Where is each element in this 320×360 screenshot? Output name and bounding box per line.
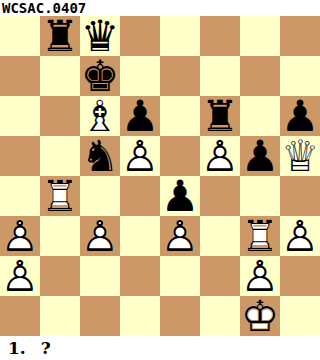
square-b5[interactable] (40, 136, 80, 176)
square-f5[interactable]: ♟♙ (200, 136, 240, 176)
white-pawn: ♟♙ (280, 216, 320, 256)
square-a6[interactable] (0, 96, 40, 136)
square-g2[interactable]: ♟♙ (240, 256, 280, 296)
black-pawn: ♟ (120, 96, 160, 136)
white-pawn: ♟♙ (0, 216, 40, 256)
square-e7[interactable] (160, 56, 200, 96)
black-pawn: ♟ (160, 176, 200, 216)
square-g8[interactable] (240, 16, 280, 56)
white-pawn: ♟♙ (120, 136, 160, 176)
square-g4[interactable] (240, 176, 280, 216)
square-b2[interactable] (40, 256, 80, 296)
square-c3[interactable]: ♟♙ (80, 216, 120, 256)
square-f1[interactable] (200, 296, 240, 336)
white-pawn: ♟♙ (0, 256, 40, 296)
square-e3[interactable]: ♟♙ (160, 216, 200, 256)
square-a5[interactable] (0, 136, 40, 176)
square-f6[interactable]: ♜ (200, 96, 240, 136)
square-e1[interactable] (160, 296, 200, 336)
square-d3[interactable] (120, 216, 160, 256)
square-h5[interactable]: ♛♕ (280, 136, 320, 176)
square-h4[interactable] (280, 176, 320, 216)
square-c4[interactable] (80, 176, 120, 216)
square-f3[interactable] (200, 216, 240, 256)
square-c2[interactable] (80, 256, 120, 296)
square-f8[interactable] (200, 16, 240, 56)
square-g3[interactable]: ♜♖ (240, 216, 280, 256)
square-d5[interactable]: ♟♙ (120, 136, 160, 176)
square-b1[interactable] (40, 296, 80, 336)
square-a3[interactable]: ♟♙ (0, 216, 40, 256)
square-a7[interactable] (0, 56, 40, 96)
square-a4[interactable] (0, 176, 40, 216)
square-a8[interactable] (0, 16, 40, 56)
square-d1[interactable] (120, 296, 160, 336)
square-d7[interactable] (120, 56, 160, 96)
square-g7[interactable] (240, 56, 280, 96)
square-a2[interactable]: ♟♙ (0, 256, 40, 296)
black-queen: ♛ (80, 16, 120, 56)
square-d6[interactable]: ♟ (120, 96, 160, 136)
square-h8[interactable] (280, 16, 320, 56)
square-h1[interactable] (280, 296, 320, 336)
square-h6[interactable]: ♟ (280, 96, 320, 136)
white-bishop: ♝♗ (80, 96, 120, 136)
white-pawn: ♟♙ (200, 136, 240, 176)
white-king: ♚♔ (240, 296, 280, 336)
square-a1[interactable] (0, 296, 40, 336)
square-d4[interactable] (120, 176, 160, 216)
white-pawn: ♟♙ (240, 256, 280, 296)
square-h2[interactable] (280, 256, 320, 296)
square-c8[interactable]: ♛ (80, 16, 120, 56)
square-c1[interactable] (80, 296, 120, 336)
square-f2[interactable] (200, 256, 240, 296)
square-b4[interactable]: ♜♖ (40, 176, 80, 216)
black-rook: ♜ (200, 96, 240, 136)
square-h7[interactable] (280, 56, 320, 96)
black-rook: ♜ (40, 16, 80, 56)
square-b7[interactable] (40, 56, 80, 96)
square-d8[interactable] (120, 16, 160, 56)
black-king: ♚ (80, 56, 120, 96)
square-b8[interactable]: ♜ (40, 16, 80, 56)
white-rook: ♜♖ (240, 216, 280, 256)
white-rook: ♜♖ (40, 176, 80, 216)
square-e6[interactable] (160, 96, 200, 136)
square-e5[interactable] (160, 136, 200, 176)
square-e2[interactable] (160, 256, 200, 296)
black-pawn: ♟ (280, 96, 320, 136)
square-c5[interactable]: ♞ (80, 136, 120, 176)
square-e4[interactable]: ♟ (160, 176, 200, 216)
square-h3[interactable]: ♟♙ (280, 216, 320, 256)
white-pawn: ♟♙ (80, 216, 120, 256)
black-knight: ♞ (80, 136, 120, 176)
black-pawn: ♟ (240, 136, 280, 176)
square-d2[interactable] (120, 256, 160, 296)
square-c7[interactable]: ♚ (80, 56, 120, 96)
chess-board: ♜♛♚♝♗♟♜♟♞♟♙♟♙♟♛♕♜♖♟♟♙♟♙♟♙♜♖♟♙♟♙♟♙♚♔ (0, 16, 320, 336)
square-b6[interactable] (40, 96, 80, 136)
square-e8[interactable] (160, 16, 200, 56)
white-pawn: ♟♙ (160, 216, 200, 256)
square-b3[interactable] (40, 216, 80, 256)
chess-app-window: WCSAC.0407 ♜♛♚♝♗♟♜♟♞♟♙♟♙♟♛♕♜♖♟♟♙♟♙♟♙♜♖♟♙… (0, 0, 320, 360)
square-g1[interactable]: ♚♔ (240, 296, 280, 336)
square-g5[interactable]: ♟ (240, 136, 280, 176)
square-c6[interactable]: ♝♗ (80, 96, 120, 136)
square-f7[interactable] (200, 56, 240, 96)
white-queen: ♛♕ (280, 136, 320, 176)
square-g6[interactable] (240, 96, 280, 136)
square-f4[interactable] (200, 176, 240, 216)
